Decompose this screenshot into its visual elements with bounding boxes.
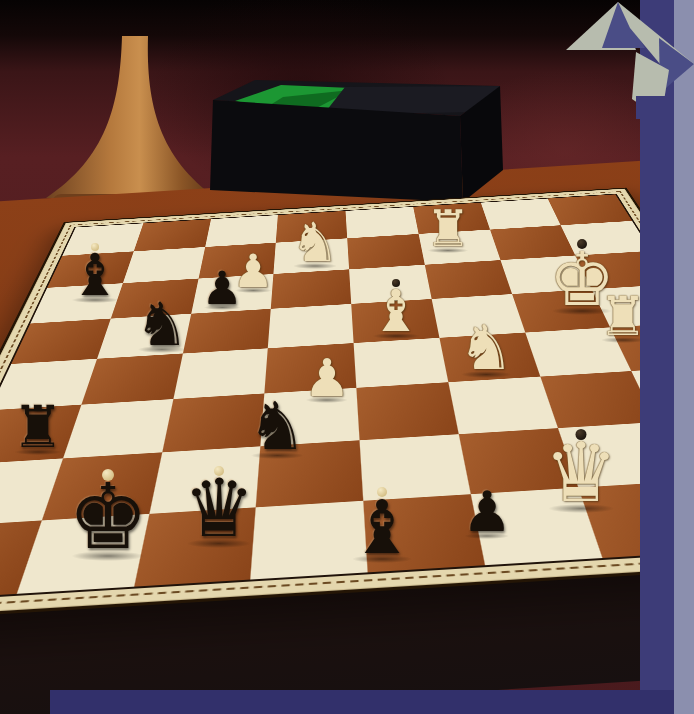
square-e6 <box>349 265 431 304</box>
square-d8 <box>276 211 347 243</box>
square-d7 <box>274 238 349 273</box>
square-b4 <box>81 354 182 405</box>
square-d4 <box>265 343 357 394</box>
square-e2 <box>360 434 471 501</box>
square-f8 <box>413 203 490 234</box>
square-e3 <box>356 382 458 440</box>
square-c6 <box>191 274 274 314</box>
box-front-face <box>210 100 463 202</box>
square-d6 <box>271 269 351 309</box>
chess-board <box>0 194 694 601</box>
chess-set-photo: { "game": "chess", "scene_description": … <box>0 0 694 714</box>
square-d1 <box>251 501 368 580</box>
board-3d-wrap <box>0 188 694 623</box>
square-h7 <box>561 221 651 255</box>
square-f3 <box>448 377 557 434</box>
square-f6 <box>425 260 512 299</box>
square-f7 <box>418 230 500 265</box>
square-c2 <box>149 446 261 514</box>
square-c1 <box>134 507 257 587</box>
square-c7 <box>198 243 276 279</box>
square-c5 <box>182 309 271 354</box>
square-e5 <box>351 299 439 343</box>
square-g8 <box>480 199 560 230</box>
square-e1 <box>363 494 484 572</box>
square-e4 <box>354 338 449 388</box>
square-c3 <box>162 394 265 452</box>
square-c4 <box>173 348 268 399</box>
square-d5 <box>268 304 354 349</box>
square-d2 <box>256 440 363 507</box>
frame-strip-bottom <box>50 690 674 714</box>
logo-square <box>636 96 665 119</box>
square-a5 <box>11 318 110 364</box>
square-a6 <box>30 283 122 323</box>
square-b7 <box>123 247 205 283</box>
square-b5 <box>97 314 191 359</box>
square-b6 <box>111 278 199 318</box>
corner-logo <box>548 0 694 122</box>
square-b3 <box>63 399 173 458</box>
square-e7 <box>347 234 424 269</box>
square-f4 <box>439 333 540 383</box>
board-frame <box>0 188 694 623</box>
square-f5 <box>431 294 524 338</box>
square-d3 <box>261 388 360 446</box>
